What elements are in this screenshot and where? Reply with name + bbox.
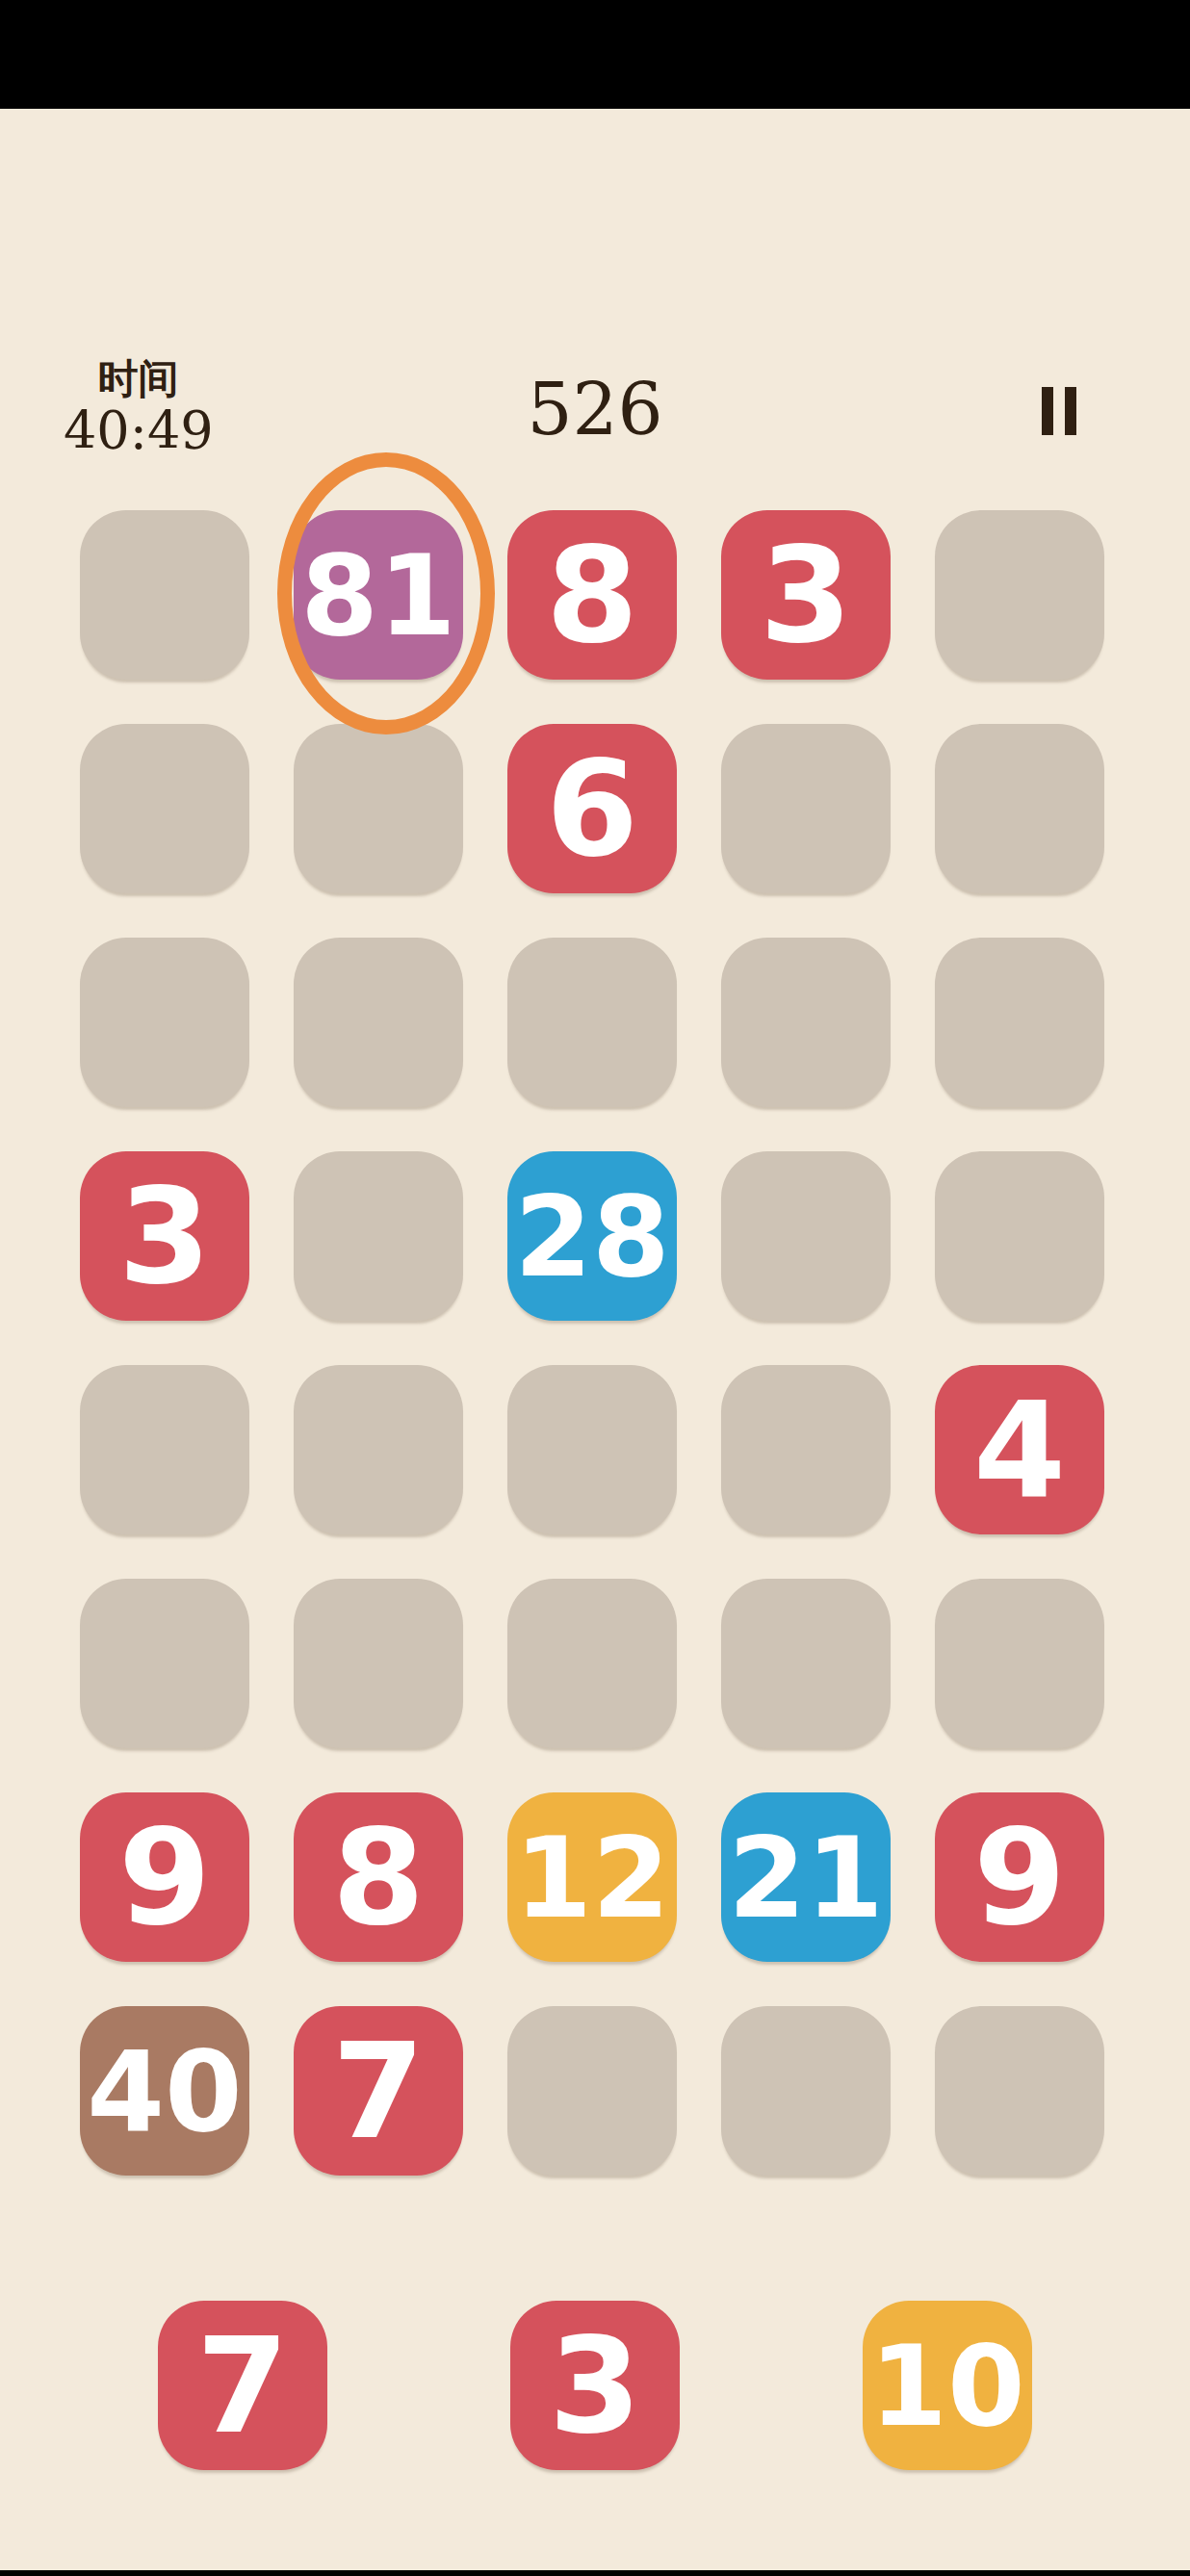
empty-cell-r6c2[interactable] <box>294 1579 463 1748</box>
tile-7-r8c2[interactable]: 7 <box>294 2006 463 2176</box>
empty-cell-r4c4[interactable] <box>721 1151 891 1321</box>
tile-6-r2c3[interactable]: 6 <box>507 724 677 893</box>
empty-cell-r6c5[interactable] <box>935 1579 1104 1748</box>
empty-cell-r3c1[interactable] <box>80 938 249 1107</box>
queue-tile-3-value-10[interactable]: 10 <box>863 2301 1032 2470</box>
empty-cell-r5c4[interactable] <box>721 1365 891 1534</box>
tile-40-r8c1[interactable]: 40 <box>80 2006 249 2176</box>
empty-cell-r2c1[interactable] <box>80 724 249 893</box>
empty-cell-r3c5[interactable] <box>935 938 1104 1107</box>
tile-9-r7c1[interactable]: 9 <box>80 1792 249 1962</box>
empty-cell-r5c1[interactable] <box>80 1365 249 1534</box>
empty-cell-r6c3[interactable] <box>507 1579 677 1748</box>
pause-button[interactable] <box>1042 387 1080 435</box>
empty-cell-r1c5[interactable] <box>935 510 1104 680</box>
tile-8-r7c2[interactable]: 8 <box>294 1792 463 1962</box>
tile-8-r1c3[interactable]: 8 <box>507 510 677 680</box>
empty-cell-r8c3[interactable] <box>507 2006 677 2176</box>
score-display: 526 <box>0 374 1190 445</box>
empty-cell-r8c4[interactable] <box>721 2006 891 2176</box>
tile-3-r4c1[interactable]: 3 <box>80 1151 249 1321</box>
empty-cell-r5c3[interactable] <box>507 1365 677 1534</box>
tile-queue: 7310 <box>0 2301 1190 2470</box>
tile-21-r7c4[interactable]: 21 <box>721 1792 891 1962</box>
status-bar-bottom <box>0 2570 1190 2576</box>
pause-icon <box>1042 387 1053 435</box>
empty-cell-r2c5[interactable] <box>935 724 1104 893</box>
empty-cell-r4c5[interactable] <box>935 1151 1104 1321</box>
empty-cell-r3c3[interactable] <box>507 938 677 1107</box>
empty-cell-r2c4[interactable] <box>721 724 891 893</box>
tile-81-r1c2[interactable]: 81 <box>294 510 463 680</box>
empty-cell-r4c2[interactable] <box>294 1151 463 1321</box>
empty-cell-r2c2[interactable] <box>294 724 463 893</box>
queue-tile-1-value-7[interactable]: 7 <box>158 2301 327 2470</box>
tile-4-r5c5[interactable]: 4 <box>935 1365 1104 1534</box>
pause-icon <box>1065 387 1076 435</box>
empty-cell-r6c1[interactable] <box>80 1579 249 1748</box>
empty-cell-r5c2[interactable] <box>294 1365 463 1534</box>
empty-cell-r3c2[interactable] <box>294 938 463 1107</box>
tile-12-r7c3[interactable]: 12 <box>507 1792 677 1962</box>
empty-cell-r3c4[interactable] <box>721 938 891 1107</box>
tile-9-r7c5[interactable]: 9 <box>935 1792 1104 1962</box>
empty-cell-r6c4[interactable] <box>721 1579 891 1748</box>
empty-cell-r1c1[interactable] <box>80 510 249 680</box>
app-screen: 时间 40:49 526 8183632849812219407 7310 <box>0 0 1190 2576</box>
queue-tile-2-value-3[interactable]: 3 <box>510 2301 680 2470</box>
board-grid: 8183632849812219407 <box>80 510 1104 2176</box>
empty-cell-r8c5[interactable] <box>935 2006 1104 2176</box>
tile-28-r4c3[interactable]: 28 <box>507 1151 677 1321</box>
tile-3-r1c4[interactable]: 3 <box>721 510 891 680</box>
status-bar-top <box>0 0 1190 109</box>
